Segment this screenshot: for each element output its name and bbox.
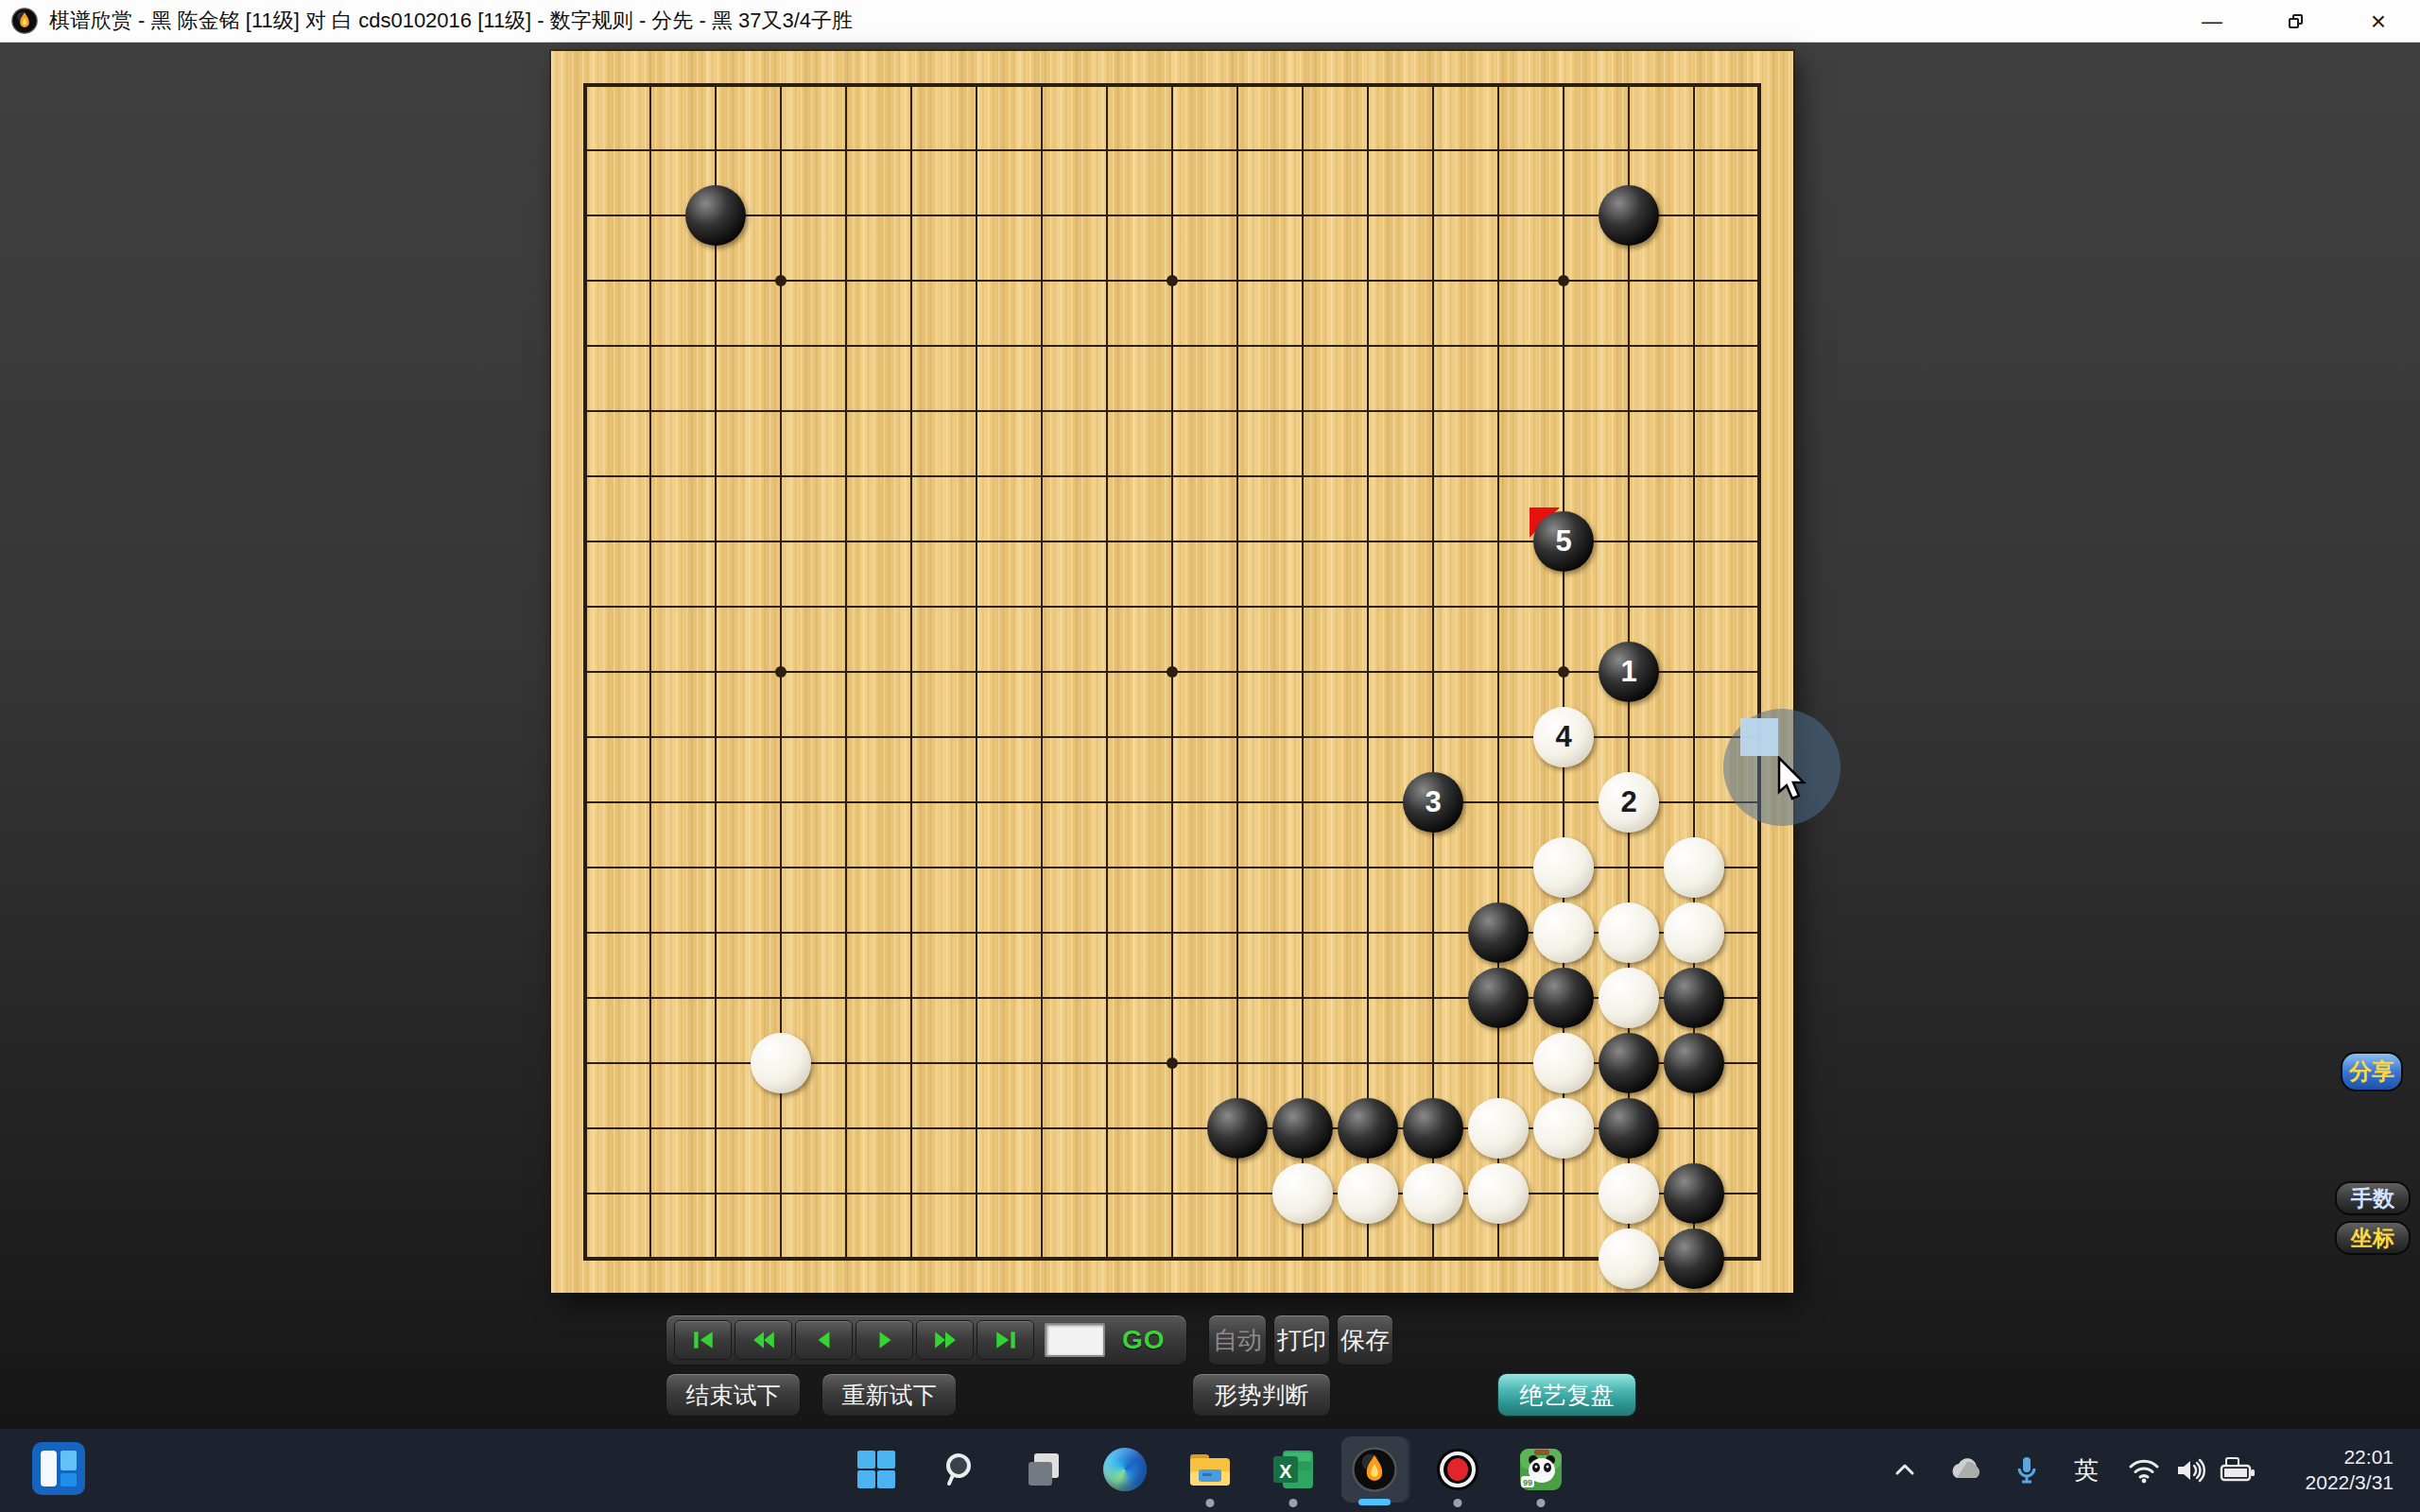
- stone-w-16-16: [1533, 1033, 1594, 1093]
- fast-backward-icon: [752, 1328, 776, 1352]
- stone-w-15-18: [1468, 1163, 1529, 1224]
- step-backward-button[interactable]: [795, 1320, 853, 1360]
- stone-b-17-16: [1599, 1033, 1659, 1093]
- end-trial-button[interactable]: 结束试下: [665, 1373, 801, 1417]
- restore-icon: [2289, 14, 2303, 28]
- taskbar-clock[interactable]: 22:01 2022/3/31: [2306, 1444, 2394, 1495]
- tray-battery[interactable]: [2217, 1452, 2258, 1489]
- stone-b-18-18: [1664, 1163, 1724, 1224]
- go-board[interactable]: 51423: [551, 51, 1793, 1293]
- excel-icon: X: [1271, 1449, 1315, 1490]
- search-icon: [941, 1450, 980, 1489]
- task-view-icon: [1023, 1449, 1064, 1490]
- active-app-indicator: [1358, 1499, 1391, 1505]
- mouse-cursor: [1775, 756, 1813, 805]
- step-forward-button[interactable]: [856, 1320, 913, 1360]
- stone-w-4-16: [751, 1033, 811, 1093]
- tray-chevron-up[interactable]: [1884, 1452, 1926, 1489]
- stone-w-17-12: 2: [1599, 772, 1659, 833]
- tray-wifi[interactable]: [2123, 1452, 2165, 1489]
- stone-w-16-14: [1533, 902, 1594, 963]
- stone-w-14-18: [1403, 1163, 1463, 1224]
- share-button[interactable]: 分享: [2341, 1052, 2403, 1091]
- tray-onedrive[interactable]: [1945, 1452, 1987, 1489]
- step-forward-icon: [873, 1328, 897, 1352]
- running-app-indicator: [1206, 1499, 1215, 1507]
- nav-buttons: [674, 1320, 1037, 1360]
- window-controls: — ×: [2170, 0, 2420, 43]
- stone-b-18-19: [1664, 1228, 1724, 1289]
- svg-text:99: 99: [1523, 1478, 1532, 1487]
- ai-review-button[interactable]: 绝艺复盘: [1497, 1373, 1636, 1417]
- file-explorer-icon: [1187, 1449, 1233, 1490]
- tray-date: 2022/3/31: [2306, 1469, 2394, 1495]
- stone-b-14-17: [1403, 1098, 1463, 1159]
- stone-w-18-13: [1664, 837, 1724, 898]
- edge-icon: [1103, 1448, 1147, 1491]
- stone-w-16-13: [1533, 837, 1594, 898]
- first-move-button[interactable]: [674, 1320, 732, 1360]
- fast-forward-icon: [933, 1328, 958, 1352]
- stone-w-15-17: [1468, 1098, 1529, 1159]
- close-button[interactable]: ×: [2337, 0, 2420, 43]
- stone-b-18-15: [1664, 968, 1724, 1028]
- svg-text:X: X: [1279, 1461, 1292, 1482]
- taskbar-excel-button[interactable]: X: [1266, 1442, 1321, 1497]
- taskbar: X 99 英 22:01 2022/3/31: [0, 1429, 2420, 1512]
- desktop-screen: 棋谱欣赏 - 黑 陈金铭 [11级] 对 白 cds0102016 [11级] …: [0, 0, 2420, 1512]
- start-icon: [855, 1448, 898, 1491]
- stone-b-3-3: [685, 185, 746, 246]
- app-flame-icon: [11, 8, 38, 34]
- replay-navbar: GO: [665, 1314, 1187, 1366]
- running-app-indicator: [1289, 1499, 1298, 1507]
- taskbar-go-app-button[interactable]: [1347, 1442, 1402, 1497]
- stone-w-17-18: [1599, 1163, 1659, 1224]
- print-button[interactable]: 打印: [1273, 1314, 1330, 1366]
- stone-w-18-14: [1664, 902, 1724, 963]
- stone-w-17-15: [1599, 968, 1659, 1028]
- taskbar-search-button[interactable]: [933, 1442, 988, 1497]
- stone-b-11-17: [1207, 1098, 1268, 1159]
- stone-w-16-11: 4: [1533, 707, 1594, 767]
- stone-w-16-17: [1533, 1098, 1594, 1159]
- stone-b-17-17: [1599, 1098, 1659, 1159]
- running-app-indicator: [1454, 1499, 1462, 1507]
- go-app-flame-icon: [11, 8, 38, 34]
- widgets-icon[interactable]: [32, 1442, 85, 1495]
- stone-b-18-16: [1664, 1033, 1724, 1093]
- stone-b-15-14: [1468, 902, 1529, 963]
- coordinates-toggle[interactable]: 坐标: [2335, 1221, 2411, 1255]
- stone-b-12-17: [1272, 1098, 1333, 1159]
- stone-b-15-15: [1468, 968, 1529, 1028]
- taskbar-task-view-button[interactable]: [1016, 1442, 1071, 1497]
- minimize-button[interactable]: —: [2170, 0, 2254, 43]
- auto-play-button[interactable]: 自动: [1208, 1314, 1267, 1366]
- recorder-icon: [1436, 1448, 1479, 1491]
- tray-language[interactable]: 英: [2066, 1452, 2107, 1489]
- tray-time: 22:01: [2306, 1444, 2394, 1469]
- fast-backward-button[interactable]: [735, 1320, 792, 1360]
- hover-point-indicator: [1740, 718, 1778, 756]
- stone-b-16-15: [1533, 968, 1594, 1028]
- go-button[interactable]: GO: [1122, 1325, 1166, 1355]
- tray-volume[interactable]: [2169, 1452, 2211, 1489]
- taskbar-recorder-button[interactable]: [1430, 1442, 1485, 1497]
- taskbar-file-explorer-button[interactable]: [1183, 1442, 1237, 1497]
- stone-w-13-18: [1338, 1163, 1398, 1224]
- window-titlebar: 棋谱欣赏 - 黑 陈金铭 [11级] 对 白 cds0102016 [11级] …: [0, 0, 2420, 43]
- stone-w-12-18: [1272, 1163, 1333, 1224]
- stone-b-13-17: [1338, 1098, 1398, 1159]
- go-app-flame-icon: [1352, 1447, 1397, 1492]
- last-move-icon: [994, 1328, 1018, 1352]
- save-button[interactable]: 保存: [1337, 1314, 1393, 1366]
- app-client-area: 51423 GO 自动 打印 保存 结束试下 重新试下 形势判断 绝艺复盘 分享…: [0, 43, 2420, 1429]
- stone-b-17-3: [1599, 185, 1659, 246]
- taskbar-edge-button[interactable]: [1098, 1442, 1152, 1497]
- panda-game-icon: 99: [1519, 1448, 1563, 1491]
- maximize-button[interactable]: [2254, 0, 2337, 43]
- stone-w-17-19: [1599, 1228, 1659, 1289]
- first-move-icon: [691, 1328, 716, 1352]
- position-judge-button[interactable]: 形势判断: [1192, 1373, 1331, 1417]
- last-move-button[interactable]: [977, 1320, 1034, 1360]
- move-number-input[interactable]: [1045, 1323, 1105, 1357]
- stone-b-16-8: 5: [1533, 511, 1594, 572]
- window-title: 棋谱欣赏 - 黑 陈金铭 [11级] 对 白 cds0102016 [11级] …: [49, 7, 853, 35]
- step-backward-icon: [812, 1328, 837, 1352]
- stone-w-17-14: [1599, 902, 1659, 963]
- tray-microphone[interactable]: [2006, 1452, 2048, 1489]
- taskbar-panda-game-button[interactable]: 99: [1513, 1442, 1568, 1497]
- taskbar-start-button[interactable]: [849, 1442, 904, 1497]
- fast-forward-button[interactable]: [916, 1320, 974, 1360]
- stone-b-17-10: 1: [1599, 642, 1659, 702]
- restart-trial-button[interactable]: 重新试下: [821, 1373, 957, 1417]
- stone-b-14-12: 3: [1403, 772, 1463, 833]
- move-numbers-toggle[interactable]: 手数: [2335, 1181, 2411, 1215]
- running-app-indicator: [1537, 1499, 1546, 1507]
